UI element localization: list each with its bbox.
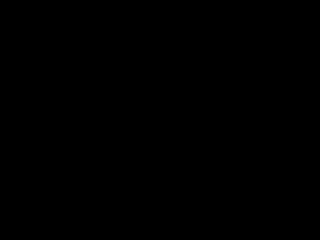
- go-board[interactable]: [0, 0, 150, 180]
- go-board-screenshot: [0, 0, 150, 180]
